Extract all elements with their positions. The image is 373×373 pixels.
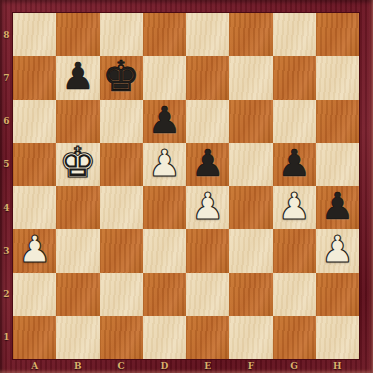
piece-black-pawn[interactable]: ♟ [278,145,311,182]
file-label-e: E [186,359,229,373]
square-d4[interactable] [143,186,186,229]
square-c7[interactable]: ♚ [100,56,143,99]
square-h8[interactable] [316,13,359,56]
square-d3[interactable] [143,229,186,272]
square-a6[interactable] [13,100,56,143]
square-e2[interactable] [186,273,229,316]
square-h4[interactable]: ♟ [316,186,359,229]
rank-label-8: 8 [0,13,13,56]
piece-white-king[interactable]: ♚ [59,143,97,185]
square-h1[interactable] [316,316,359,359]
square-c6[interactable] [100,100,143,143]
square-g7[interactable] [273,56,316,99]
square-h2[interactable] [316,273,359,316]
file-label-c: C [100,359,143,373]
file-label-b: B [56,359,99,373]
square-h3[interactable]: ♟ [316,229,359,272]
square-g8[interactable] [273,13,316,56]
piece-black-pawn[interactable]: ♟ [191,145,224,182]
square-c2[interactable] [100,273,143,316]
square-b8[interactable] [56,13,99,56]
piece-white-pawn[interactable]: ♟ [18,231,51,268]
piece-white-pawn[interactable]: ♟ [148,145,181,182]
square-h7[interactable] [316,56,359,99]
square-f8[interactable] [229,13,272,56]
piece-white-pawn[interactable]: ♟ [191,188,224,225]
square-a1[interactable] [13,316,56,359]
rank-label-7: 7 [0,56,13,99]
square-e4[interactable]: ♟ [186,186,229,229]
square-e1[interactable] [186,316,229,359]
rank-label-2: 2 [0,273,13,316]
square-f6[interactable] [229,100,272,143]
square-a7[interactable] [13,56,56,99]
square-f4[interactable] [229,186,272,229]
square-f3[interactable] [229,229,272,272]
square-a5[interactable] [13,143,56,186]
square-c4[interactable] [100,186,143,229]
square-e5[interactable]: ♟ [186,143,229,186]
file-label-g: G [273,359,316,373]
piece-white-pawn[interactable]: ♟ [321,231,354,268]
square-c1[interactable] [100,316,143,359]
square-g3[interactable] [273,229,316,272]
chessboard: ♟♚♟♚♟♟♟♟♟♟♟♟ [13,13,359,359]
square-b4[interactable] [56,186,99,229]
square-e7[interactable] [186,56,229,99]
rank-labels: 87654321 [0,13,13,359]
chessboard-frame: ♟♚♟♚♟♟♟♟♟♟♟♟ 87654321 ABCDEFGH [0,0,373,373]
file-labels: ABCDEFGH [13,359,359,373]
rank-label-5: 5 [0,143,13,186]
square-e6[interactable] [186,100,229,143]
square-h5[interactable] [316,143,359,186]
rank-label-3: 3 [0,229,13,272]
square-b7[interactable]: ♟ [56,56,99,99]
square-g2[interactable] [273,273,316,316]
square-f5[interactable] [229,143,272,186]
square-a2[interactable] [13,273,56,316]
square-d2[interactable] [143,273,186,316]
square-e3[interactable] [186,229,229,272]
file-label-d: D [143,359,186,373]
rank-label-1: 1 [0,316,13,359]
square-e8[interactable] [186,13,229,56]
file-label-f: F [229,359,272,373]
rank-label-4: 4 [0,186,13,229]
square-d5[interactable]: ♟ [143,143,186,186]
square-b6[interactable] [56,100,99,143]
square-a8[interactable] [13,13,56,56]
square-g6[interactable] [273,100,316,143]
square-f2[interactable] [229,273,272,316]
square-g1[interactable] [273,316,316,359]
square-f1[interactable] [229,316,272,359]
square-d1[interactable] [143,316,186,359]
square-c5[interactable] [100,143,143,186]
square-c3[interactable] [100,229,143,272]
square-b3[interactable] [56,229,99,272]
square-b1[interactable] [56,316,99,359]
square-g5[interactable]: ♟ [273,143,316,186]
square-b2[interactable] [56,273,99,316]
piece-white-pawn[interactable]: ♟ [278,188,311,225]
file-label-a: A [13,359,56,373]
square-d6[interactable]: ♟ [143,100,186,143]
square-g4[interactable]: ♟ [273,186,316,229]
piece-black-king[interactable]: ♚ [102,56,140,98]
rank-label-6: 6 [0,100,13,143]
piece-black-pawn[interactable]: ♟ [61,58,94,95]
square-d7[interactable] [143,56,186,99]
file-label-h: H [316,359,359,373]
square-c8[interactable] [100,13,143,56]
square-f7[interactable] [229,56,272,99]
square-a4[interactable] [13,186,56,229]
square-d8[interactable] [143,13,186,56]
piece-black-pawn[interactable]: ♟ [321,188,354,225]
square-b5[interactable]: ♚ [56,143,99,186]
square-h6[interactable] [316,100,359,143]
square-a3[interactable]: ♟ [13,229,56,272]
piece-black-pawn[interactable]: ♟ [148,102,181,139]
